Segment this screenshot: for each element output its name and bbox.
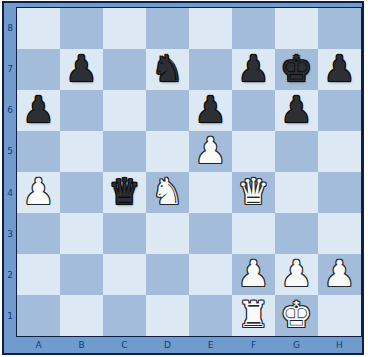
square-d4[interactable]: ♞ [146, 172, 189, 213]
square-h5[interactable] [318, 131, 361, 172]
square-f8[interactable] [232, 8, 275, 49]
piece-white-king[interactable]: ♚ [280, 294, 312, 335]
square-g1[interactable]: ♚ [275, 295, 318, 336]
file-label-d: D [146, 338, 189, 351]
square-g8[interactable] [275, 8, 318, 49]
square-c4[interactable]: ♛ [103, 172, 146, 213]
square-d2[interactable] [146, 254, 189, 295]
rank-label-2: 2 [4, 255, 16, 296]
square-e1[interactable] [189, 295, 232, 336]
square-c2[interactable] [103, 254, 146, 295]
board-frame: 87654321 ABCDEFGH ♟♞♟♚♟♟♟♟♟♟♛♞♛♟♟♟♜♚ [2, 1, 364, 355]
piece-white-pawn[interactable]: ♟ [280, 253, 312, 294]
square-b1[interactable] [60, 295, 103, 336]
piece-white-pawn[interactable]: ♟ [194, 130, 226, 171]
file-label-c: C [103, 338, 146, 351]
square-b8[interactable] [60, 8, 103, 49]
square-h2[interactable]: ♟ [318, 254, 361, 295]
square-e4[interactable] [189, 172, 232, 213]
square-b3[interactable] [60, 213, 103, 254]
square-c7[interactable] [103, 49, 146, 90]
rank-label-1: 1 [4, 296, 16, 337]
file-label-f: F [232, 338, 275, 351]
piece-white-pawn[interactable]: ♟ [22, 171, 54, 212]
chess-board: ♟♞♟♚♟♟♟♟♟♟♛♞♛♟♟♟♜♚ [16, 7, 362, 337]
square-d8[interactable] [146, 8, 189, 49]
file-labels: ABCDEFGH [17, 338, 361, 351]
square-a6[interactable]: ♟ [17, 90, 60, 131]
square-g7[interactable]: ♚ [275, 49, 318, 90]
square-g5[interactable] [275, 131, 318, 172]
rank-label-4: 4 [4, 172, 16, 213]
square-f7[interactable]: ♟ [232, 49, 275, 90]
square-f2[interactable]: ♟ [232, 254, 275, 295]
square-h7[interactable]: ♟ [318, 49, 361, 90]
square-a8[interactable] [17, 8, 60, 49]
square-c3[interactable] [103, 213, 146, 254]
square-a4[interactable]: ♟ [17, 172, 60, 213]
square-f5[interactable] [232, 131, 275, 172]
square-b6[interactable] [60, 90, 103, 131]
rank-label-7: 7 [4, 48, 16, 89]
square-a7[interactable] [17, 49, 60, 90]
square-a1[interactable] [17, 295, 60, 336]
square-f1[interactable]: ♜ [232, 295, 275, 336]
square-e3[interactable] [189, 213, 232, 254]
file-label-h: H [318, 338, 361, 351]
square-f4[interactable]: ♛ [232, 172, 275, 213]
file-label-b: B [60, 338, 103, 351]
square-d1[interactable] [146, 295, 189, 336]
piece-black-king[interactable]: ♚ [280, 48, 312, 89]
piece-black-queen[interactable]: ♛ [108, 171, 140, 212]
square-b4[interactable] [60, 172, 103, 213]
piece-black-knight[interactable]: ♞ [151, 48, 183, 89]
piece-white-queen[interactable]: ♛ [237, 171, 269, 212]
square-a3[interactable] [17, 213, 60, 254]
square-e8[interactable] [189, 8, 232, 49]
rank-label-5: 5 [4, 131, 16, 172]
rank-labels: 87654321 [4, 7, 16, 337]
square-c8[interactable] [103, 8, 146, 49]
piece-black-pawn[interactable]: ♟ [65, 48, 97, 89]
rank-label-3: 3 [4, 213, 16, 254]
file-label-e: E [189, 338, 232, 351]
square-h8[interactable] [318, 8, 361, 49]
square-h1[interactable] [318, 295, 361, 336]
piece-white-knight[interactable]: ♞ [151, 171, 183, 212]
square-g6[interactable]: ♟ [275, 90, 318, 131]
square-c6[interactable] [103, 90, 146, 131]
square-d6[interactable] [146, 90, 189, 131]
square-b7[interactable]: ♟ [60, 49, 103, 90]
square-d3[interactable] [146, 213, 189, 254]
square-f6[interactable] [232, 90, 275, 131]
piece-white-pawn[interactable]: ♟ [323, 253, 355, 294]
square-c1[interactable] [103, 295, 146, 336]
rank-label-6: 6 [4, 90, 16, 131]
square-a5[interactable] [17, 131, 60, 172]
square-g3[interactable] [275, 213, 318, 254]
file-label-g: G [275, 338, 318, 351]
square-g2[interactable]: ♟ [275, 254, 318, 295]
square-e7[interactable] [189, 49, 232, 90]
square-c5[interactable] [103, 131, 146, 172]
square-h4[interactable] [318, 172, 361, 213]
square-e2[interactable] [189, 254, 232, 295]
square-d5[interactable] [146, 131, 189, 172]
file-label-a: A [17, 338, 60, 351]
square-h6[interactable] [318, 90, 361, 131]
piece-black-pawn[interactable]: ♟ [323, 48, 355, 89]
square-e5[interactable]: ♟ [189, 131, 232, 172]
square-b2[interactable] [60, 254, 103, 295]
square-a2[interactable] [17, 254, 60, 295]
square-h3[interactable] [318, 213, 361, 254]
square-e6[interactable]: ♟ [189, 90, 232, 131]
piece-white-pawn[interactable]: ♟ [237, 253, 269, 294]
rank-label-8: 8 [4, 7, 16, 48]
square-g4[interactable] [275, 172, 318, 213]
square-b5[interactable] [60, 131, 103, 172]
square-f3[interactable] [232, 213, 275, 254]
piece-black-pawn[interactable]: ♟ [280, 89, 312, 130]
piece-black-pawn[interactable]: ♟ [22, 89, 54, 130]
piece-white-rook[interactable]: ♜ [237, 294, 269, 335]
piece-black-pawn[interactable]: ♟ [237, 48, 269, 89]
square-d7[interactable]: ♞ [146, 49, 189, 90]
piece-black-pawn[interactable]: ♟ [194, 89, 226, 130]
